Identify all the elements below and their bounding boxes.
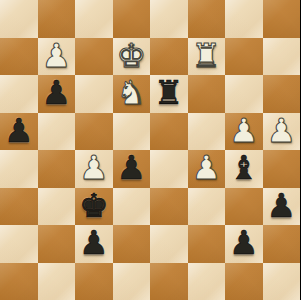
square-e7[interactable] bbox=[150, 38, 188, 76]
square-b4[interactable] bbox=[38, 150, 76, 188]
square-c4[interactable]: ♟ bbox=[75, 150, 113, 188]
square-c6[interactable] bbox=[75, 75, 113, 113]
square-b7[interactable]: ♟ bbox=[38, 38, 76, 76]
square-g6[interactable] bbox=[225, 75, 263, 113]
square-d2[interactable] bbox=[113, 225, 151, 263]
black-pawn: ♟ bbox=[266, 188, 296, 224]
square-a6[interactable] bbox=[0, 75, 38, 113]
square-c2[interactable]: ♟ bbox=[75, 225, 113, 263]
square-d3[interactable] bbox=[113, 188, 151, 226]
square-h1[interactable] bbox=[263, 263, 301, 300]
square-e1[interactable] bbox=[150, 263, 188, 300]
square-a8[interactable] bbox=[0, 0, 38, 38]
square-c8[interactable] bbox=[75, 0, 113, 38]
square-a1[interactable] bbox=[0, 263, 38, 300]
square-f8[interactable] bbox=[188, 0, 226, 38]
square-h4[interactable] bbox=[263, 150, 301, 188]
square-d4[interactable]: ♟ bbox=[113, 150, 151, 188]
black-pawn: ♟ bbox=[41, 75, 71, 111]
square-e2[interactable] bbox=[150, 225, 188, 263]
square-e5[interactable] bbox=[150, 113, 188, 151]
square-f1[interactable] bbox=[188, 263, 226, 300]
black-pawn: ♟ bbox=[116, 150, 146, 186]
square-f6[interactable] bbox=[188, 75, 226, 113]
black-pawn: ♟ bbox=[4, 113, 34, 149]
square-h2[interactable] bbox=[263, 225, 301, 263]
square-g4[interactable]: ♝ bbox=[225, 150, 263, 188]
square-h3[interactable]: ♟ bbox=[263, 188, 301, 226]
square-b5[interactable] bbox=[38, 113, 76, 151]
square-b3[interactable] bbox=[38, 188, 76, 226]
square-c5[interactable] bbox=[75, 113, 113, 151]
square-e3[interactable] bbox=[150, 188, 188, 226]
square-e8[interactable] bbox=[150, 0, 188, 38]
white-king: ♚ bbox=[116, 38, 146, 74]
square-d7[interactable]: ♚ bbox=[113, 38, 151, 76]
square-h7[interactable] bbox=[263, 38, 301, 76]
square-g7[interactable] bbox=[225, 38, 263, 76]
square-f2[interactable] bbox=[188, 225, 226, 263]
square-e4[interactable] bbox=[150, 150, 188, 188]
black-bishop: ♝ bbox=[229, 150, 259, 186]
square-g2[interactable]: ♟ bbox=[225, 225, 263, 263]
square-a7[interactable] bbox=[0, 38, 38, 76]
square-f5[interactable] bbox=[188, 113, 226, 151]
white-knight: ♞ bbox=[116, 75, 146, 111]
square-f7[interactable]: ♜ bbox=[188, 38, 226, 76]
square-b1[interactable] bbox=[38, 263, 76, 300]
square-a4[interactable] bbox=[0, 150, 38, 188]
black-rook: ♜ bbox=[154, 75, 184, 111]
black-pawn: ♟ bbox=[79, 225, 109, 261]
black-pawn: ♟ bbox=[229, 225, 259, 261]
square-f3[interactable] bbox=[188, 188, 226, 226]
white-pawn: ♟ bbox=[191, 150, 221, 186]
chess-board: ♟♚♜♟♞♜♟♟♟♟♟♟♝♚♟♟♟ bbox=[0, 0, 300, 300]
square-c3[interactable]: ♚ bbox=[75, 188, 113, 226]
square-d6[interactable]: ♞ bbox=[113, 75, 151, 113]
square-h6[interactable] bbox=[263, 75, 301, 113]
square-b6[interactable]: ♟ bbox=[38, 75, 76, 113]
white-pawn: ♟ bbox=[266, 113, 296, 149]
square-f4[interactable]: ♟ bbox=[188, 150, 226, 188]
square-g3[interactable] bbox=[225, 188, 263, 226]
white-pawn: ♟ bbox=[41, 38, 71, 74]
square-b8[interactable] bbox=[38, 0, 76, 38]
square-c7[interactable] bbox=[75, 38, 113, 76]
square-c1[interactable] bbox=[75, 263, 113, 300]
white-rook: ♜ bbox=[191, 38, 221, 74]
square-a3[interactable] bbox=[0, 188, 38, 226]
black-king: ♚ bbox=[79, 188, 109, 224]
square-d5[interactable] bbox=[113, 113, 151, 151]
square-g1[interactable] bbox=[225, 263, 263, 300]
white-pawn: ♟ bbox=[79, 150, 109, 186]
square-g8[interactable] bbox=[225, 0, 263, 38]
square-h5[interactable]: ♟ bbox=[263, 113, 301, 151]
square-g5[interactable]: ♟ bbox=[225, 113, 263, 151]
square-d8[interactable] bbox=[113, 0, 151, 38]
square-b2[interactable] bbox=[38, 225, 76, 263]
square-a5[interactable]: ♟ bbox=[0, 113, 38, 151]
square-e6[interactable]: ♜ bbox=[150, 75, 188, 113]
white-pawn: ♟ bbox=[229, 113, 259, 149]
square-h8[interactable] bbox=[263, 0, 301, 38]
square-a2[interactable] bbox=[0, 225, 38, 263]
square-d1[interactable] bbox=[113, 263, 151, 300]
